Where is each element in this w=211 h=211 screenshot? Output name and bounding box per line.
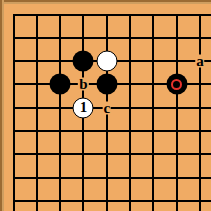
intersection	[95, 189, 118, 211]
intersection	[142, 96, 165, 119]
frame-border-left	[0, 0, 4, 211]
point-label-b: b	[78, 78, 88, 91]
intersection	[165, 49, 188, 72]
intersection	[95, 119, 118, 142]
intersection	[48, 96, 71, 119]
intersection	[165, 166, 188, 189]
intersection	[48, 143, 71, 166]
intersection	[165, 73, 188, 96]
intersection	[165, 189, 188, 211]
intersection	[72, 119, 95, 142]
intersection	[188, 26, 211, 49]
intersection	[25, 3, 48, 26]
intersection	[95, 3, 118, 26]
intersection	[165, 96, 188, 119]
go-diagram: ab1c	[0, 0, 211, 211]
intersection	[188, 166, 211, 189]
intersection	[25, 73, 48, 96]
intersection	[118, 3, 141, 26]
intersection	[2, 73, 25, 96]
intersection	[165, 143, 188, 166]
intersection: 1	[72, 96, 95, 119]
intersection	[142, 49, 165, 72]
intersection	[72, 189, 95, 211]
intersection	[142, 189, 165, 211]
intersection	[2, 3, 25, 26]
black-stone	[96, 74, 117, 95]
intersection	[118, 189, 141, 211]
intersection	[165, 3, 188, 26]
intersection	[48, 49, 71, 72]
intersection	[165, 119, 188, 142]
intersection	[25, 119, 48, 142]
intersection	[118, 119, 141, 142]
point-label-c: c	[102, 101, 111, 114]
intersection	[188, 189, 211, 211]
white-stone	[96, 51, 117, 72]
intersection	[95, 26, 118, 49]
intersection	[48, 189, 71, 211]
intersection	[118, 49, 141, 72]
intersection	[25, 96, 48, 119]
intersection	[118, 143, 141, 166]
intersection	[48, 166, 71, 189]
intersection	[142, 119, 165, 142]
intersection	[118, 73, 141, 96]
intersection	[188, 143, 211, 166]
intersection	[2, 189, 25, 211]
intersection: b	[72, 73, 95, 96]
intersection	[72, 26, 95, 49]
intersection	[188, 3, 211, 26]
intersection	[95, 49, 118, 72]
intersection	[48, 73, 71, 96]
intersection	[2, 119, 25, 142]
intersection	[72, 166, 95, 189]
intersection	[188, 73, 211, 96]
intersection	[2, 166, 25, 189]
intersection	[95, 73, 118, 96]
intersection	[142, 73, 165, 96]
intersection	[48, 119, 71, 142]
intersection	[95, 143, 118, 166]
intersection	[25, 26, 48, 49]
intersection	[142, 143, 165, 166]
intersection	[25, 143, 48, 166]
point-label-a: a	[195, 55, 205, 68]
board-grid: ab1c	[2, 3, 211, 211]
intersection	[188, 119, 211, 142]
intersection	[25, 189, 48, 211]
intersection	[118, 96, 141, 119]
frame-border-top	[0, 0, 211, 4]
intersection	[142, 3, 165, 26]
intersection: a	[188, 49, 211, 72]
intersection	[2, 143, 25, 166]
stone-number: 1	[74, 100, 93, 115]
intersection	[72, 3, 95, 26]
intersection	[142, 26, 165, 49]
intersection	[188, 96, 211, 119]
intersection	[72, 143, 95, 166]
intersection: c	[95, 96, 118, 119]
intersection	[142, 166, 165, 189]
intersection	[2, 49, 25, 72]
intersection	[25, 49, 48, 72]
black-stone	[73, 51, 94, 72]
intersection	[25, 166, 48, 189]
black-stone	[50, 74, 71, 95]
intersection	[72, 49, 95, 72]
intersection	[48, 26, 71, 49]
intersection	[118, 166, 141, 189]
intersection	[118, 26, 141, 49]
marked-black-stone	[166, 74, 187, 95]
intersection	[2, 96, 25, 119]
intersection	[48, 3, 71, 26]
intersection	[95, 166, 118, 189]
intersection	[165, 26, 188, 49]
numbered-white-stone: 1	[73, 97, 94, 118]
intersection	[2, 26, 25, 49]
